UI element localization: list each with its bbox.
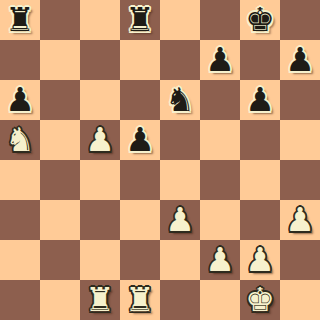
black-rook[interactable]: ♜	[0, 0, 40, 40]
square-c3[interactable]	[80, 200, 120, 240]
white-pawn[interactable]: ♟	[80, 120, 120, 160]
square-b2[interactable]	[40, 240, 80, 280]
square-g7[interactable]	[240, 40, 280, 80]
square-b8[interactable]	[40, 0, 80, 40]
square-c5[interactable]: ♟	[80, 120, 120, 160]
black-king[interactable]: ♚	[240, 0, 280, 40]
square-e6[interactable]: ♞	[160, 80, 200, 120]
square-d2[interactable]	[120, 240, 160, 280]
square-d6[interactable]	[120, 80, 160, 120]
white-rook[interactable]: ♜	[80, 280, 120, 320]
black-pawn[interactable]: ♟	[0, 80, 40, 120]
white-rook[interactable]: ♜	[120, 280, 160, 320]
square-a4[interactable]	[0, 160, 40, 200]
square-b5[interactable]	[40, 120, 80, 160]
square-g4[interactable]	[240, 160, 280, 200]
square-e8[interactable]	[160, 0, 200, 40]
square-b4[interactable]	[40, 160, 80, 200]
square-f8[interactable]	[200, 0, 240, 40]
square-a7[interactable]	[0, 40, 40, 80]
square-f7[interactable]: ♟	[200, 40, 240, 80]
square-g1[interactable]: ♚	[240, 280, 280, 320]
black-pawn[interactable]: ♟	[120, 120, 160, 160]
square-h3[interactable]: ♟	[280, 200, 320, 240]
square-e4[interactable]	[160, 160, 200, 200]
square-c1[interactable]: ♜	[80, 280, 120, 320]
square-e7[interactable]	[160, 40, 200, 80]
white-knight[interactable]: ♞	[0, 120, 40, 160]
square-f1[interactable]	[200, 280, 240, 320]
square-f6[interactable]	[200, 80, 240, 120]
square-d3[interactable]	[120, 200, 160, 240]
square-c4[interactable]	[80, 160, 120, 200]
square-f4[interactable]	[200, 160, 240, 200]
square-c8[interactable]	[80, 0, 120, 40]
square-h2[interactable]	[280, 240, 320, 280]
square-a3[interactable]	[0, 200, 40, 240]
square-e2[interactable]	[160, 240, 200, 280]
square-b6[interactable]	[40, 80, 80, 120]
chess-board: ♜♜♚♟♟♟♞♟♞♟♟♟♟♟♟♜♜♚	[0, 0, 320, 320]
square-f5[interactable]	[200, 120, 240, 160]
white-pawn[interactable]: ♟	[160, 200, 200, 240]
square-f2[interactable]: ♟	[200, 240, 240, 280]
square-h6[interactable]	[280, 80, 320, 120]
square-a1[interactable]	[0, 280, 40, 320]
square-d5[interactable]: ♟	[120, 120, 160, 160]
white-pawn[interactable]: ♟	[280, 200, 320, 240]
square-h8[interactable]	[280, 0, 320, 40]
square-f3[interactable]	[200, 200, 240, 240]
square-d7[interactable]	[120, 40, 160, 80]
square-h5[interactable]	[280, 120, 320, 160]
square-g3[interactable]	[240, 200, 280, 240]
square-g8[interactable]: ♚	[240, 0, 280, 40]
square-g5[interactable]	[240, 120, 280, 160]
square-e1[interactable]	[160, 280, 200, 320]
square-a5[interactable]: ♞	[0, 120, 40, 160]
square-a2[interactable]	[0, 240, 40, 280]
black-pawn[interactable]: ♟	[240, 80, 280, 120]
square-c6[interactable]	[80, 80, 120, 120]
square-g6[interactable]: ♟	[240, 80, 280, 120]
square-a6[interactable]: ♟	[0, 80, 40, 120]
square-c7[interactable]	[80, 40, 120, 80]
square-d1[interactable]: ♜	[120, 280, 160, 320]
white-pawn[interactable]: ♟	[200, 240, 240, 280]
white-pawn[interactable]: ♟	[240, 240, 280, 280]
square-g2[interactable]: ♟	[240, 240, 280, 280]
black-pawn[interactable]: ♟	[280, 40, 320, 80]
black-knight[interactable]: ♞	[160, 80, 200, 120]
square-c2[interactable]	[80, 240, 120, 280]
square-b7[interactable]	[40, 40, 80, 80]
square-d8[interactable]: ♜	[120, 0, 160, 40]
square-b1[interactable]	[40, 280, 80, 320]
white-king[interactable]: ♚	[240, 280, 280, 320]
square-b3[interactable]	[40, 200, 80, 240]
black-pawn[interactable]: ♟	[200, 40, 240, 80]
square-h7[interactable]: ♟	[280, 40, 320, 80]
square-e3[interactable]: ♟	[160, 200, 200, 240]
black-rook[interactable]: ♜	[120, 0, 160, 40]
square-e5[interactable]	[160, 120, 200, 160]
square-a8[interactable]: ♜	[0, 0, 40, 40]
square-h4[interactable]	[280, 160, 320, 200]
square-d4[interactable]	[120, 160, 160, 200]
square-h1[interactable]	[280, 280, 320, 320]
